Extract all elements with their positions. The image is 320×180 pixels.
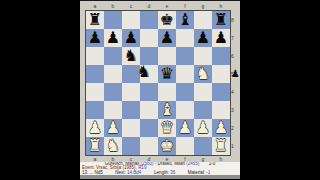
- black-pawn-c7: ♟: [122, 29, 140, 47]
- square-g1[interactable]: [194, 137, 212, 155]
- square-b4[interactable]: [104, 83, 122, 101]
- letterbox-right: [240, 0, 320, 180]
- black-pawn-h7: ♟: [212, 29, 230, 47]
- square-e4[interactable]: [158, 83, 176, 101]
- captured-black-pawn-icon: ♟: [231, 68, 240, 80]
- square-h6[interactable]: [212, 47, 230, 65]
- square-e2[interactable]: ♛: [158, 119, 176, 137]
- square-f3[interactable]: [176, 101, 194, 119]
- square-d4[interactable]: [140, 83, 158, 101]
- square-e3[interactable]: ♝: [158, 101, 176, 119]
- black-queen-e5: ♛: [158, 65, 176, 83]
- square-f1[interactable]: [176, 137, 194, 155]
- square-e5[interactable]: ♛: [158, 65, 176, 83]
- rank-labels-right: 87654321: [230, 11, 238, 155]
- letterbox-left: [0, 0, 80, 180]
- white-rook-h1: ♜: [212, 137, 230, 155]
- square-f7[interactable]: [176, 29, 194, 47]
- black-pawn-e7: ♟: [158, 29, 176, 47]
- square-b3[interactable]: [104, 101, 122, 119]
- square-a5[interactable]: [86, 65, 104, 83]
- black-player-rating: (2455): [186, 162, 199, 166]
- black-pawn-a7: ♟: [86, 29, 104, 47]
- square-g2[interactable]: ♟: [194, 119, 212, 137]
- black-player-name: Drasko, Milan: [157, 162, 185, 166]
- square-b7[interactable]: ♟: [104, 29, 122, 47]
- square-b8[interactable]: [104, 11, 122, 29]
- square-a1[interactable]: ♜: [86, 137, 104, 155]
- square-g6[interactable]: [194, 47, 212, 65]
- status-bar: Gurevich, Mikhail (2560) - Drasko, Milan…: [80, 162, 240, 175]
- square-c2[interactable]: [122, 119, 140, 137]
- file-label-e: e: [158, 3, 176, 10]
- square-h8[interactable]: ♜: [212, 11, 230, 29]
- square-a6[interactable]: [86, 47, 104, 65]
- square-h1[interactable]: ♜: [212, 137, 230, 155]
- rank-label-2: 2: [230, 119, 238, 137]
- black-bishop-f8: ♝: [176, 11, 194, 29]
- square-b5[interactable]: [104, 65, 122, 83]
- square-d7[interactable]: [140, 29, 158, 47]
- rank-label-7: 7: [230, 29, 238, 47]
- square-h2[interactable]: ♟: [212, 119, 230, 137]
- white-pawn-h2: ♟: [212, 119, 230, 137]
- square-g5[interactable]: ♞: [194, 65, 212, 83]
- rank-label-4: 4: [230, 83, 238, 101]
- black-pawn-b7: ♟: [104, 29, 122, 47]
- square-c4[interactable]: [122, 83, 140, 101]
- square-a7[interactable]: ♟: [86, 29, 104, 47]
- file-label-f: f: [176, 3, 194, 10]
- rank-label-6: 6: [230, 47, 238, 65]
- rank-label-1: 1: [230, 137, 238, 155]
- white-rook-a1: ♜: [86, 137, 104, 155]
- white-pawn-f2: ♟: [176, 119, 194, 137]
- bottom-black-strip: [80, 179, 240, 180]
- file-label-a: a: [86, 3, 104, 10]
- file-labels-top: abcdefgh: [86, 3, 230, 10]
- square-c8[interactable]: [122, 11, 140, 29]
- chess-app-window: abcdefgh ♜♚♝♜♟♟♟♟♟♟♞♞♛♞♝♟♟♛♟♟♟♜♞♚♜ 87654…: [80, 0, 240, 180]
- black-rook-a8: ♜: [86, 11, 104, 29]
- square-b1[interactable]: ♞: [104, 137, 122, 155]
- white-king-e1: ♚: [158, 137, 176, 155]
- square-e6[interactable]: [158, 47, 176, 65]
- square-d5[interactable]: ♞: [140, 65, 158, 83]
- white-pawn-b2: ♟: [104, 119, 122, 137]
- square-g3[interactable]: [194, 101, 212, 119]
- black-king-e8: ♚: [158, 11, 176, 29]
- black-knight-d5: ♞: [135, 63, 153, 81]
- square-g8[interactable]: [194, 11, 212, 29]
- white-knight-b1: ♞: [104, 137, 122, 155]
- square-f5[interactable]: [176, 65, 194, 83]
- square-g7[interactable]: ♟: [194, 29, 212, 47]
- square-h3[interactable]: [212, 101, 230, 119]
- square-d8[interactable]: [140, 11, 158, 29]
- rank-label-3: 3: [230, 101, 238, 119]
- white-bishop-e3: ♝: [158, 101, 176, 119]
- white-pawn-a2: ♟: [86, 119, 104, 137]
- file-label-d: d: [140, 3, 158, 10]
- square-f4[interactable]: [176, 83, 194, 101]
- square-a3[interactable]: [86, 101, 104, 119]
- square-b6[interactable]: [104, 47, 122, 65]
- square-d3[interactable]: [140, 101, 158, 119]
- square-f8[interactable]: ♝: [176, 11, 194, 29]
- square-e7[interactable]: ♟: [158, 29, 176, 47]
- file-label-b: b: [104, 3, 122, 10]
- square-a2[interactable]: ♟: [86, 119, 104, 137]
- white-queen-e2: ♛: [158, 119, 176, 137]
- square-a4[interactable]: [86, 83, 104, 101]
- file-label-g: g: [194, 3, 212, 10]
- square-h5[interactable]: [212, 65, 230, 83]
- square-b2[interactable]: ♟: [104, 119, 122, 137]
- square-c3[interactable]: [122, 101, 140, 119]
- white-pawn-g2: ♟: [194, 119, 212, 137]
- square-c7[interactable]: ♟: [122, 29, 140, 47]
- file-label-h: h: [212, 3, 230, 10]
- square-f6[interactable]: [176, 47, 194, 65]
- square-d1[interactable]: [140, 137, 158, 155]
- square-e1[interactable]: ♚: [158, 137, 176, 155]
- square-c1[interactable]: [122, 137, 140, 155]
- square-e8[interactable]: ♚: [158, 11, 176, 29]
- rank-label-8: 8: [230, 11, 238, 29]
- square-h4[interactable]: [212, 83, 230, 101]
- players-separator: -: [155, 162, 157, 166]
- chess-board[interactable]: ♜♚♝♜♟♟♟♟♟♟♞♞♛♞♝♟♟♛♟♟♟♜♞♚♜: [86, 11, 230, 155]
- square-g4[interactable]: [194, 83, 212, 101]
- black-pawn-g7: ♟: [194, 29, 212, 47]
- square-h7[interactable]: ♟: [212, 29, 230, 47]
- captured-pieces-tray: ♟: [231, 67, 240, 81]
- square-d2[interactable]: [140, 119, 158, 137]
- file-label-c: c: [122, 3, 140, 10]
- white-knight-g5: ♞: [194, 65, 212, 83]
- game-result: 1-0: [209, 162, 216, 166]
- square-a8[interactable]: ♜: [86, 11, 104, 29]
- black-rook-h8: ♜: [212, 11, 230, 29]
- square-f2[interactable]: ♟: [176, 119, 194, 137]
